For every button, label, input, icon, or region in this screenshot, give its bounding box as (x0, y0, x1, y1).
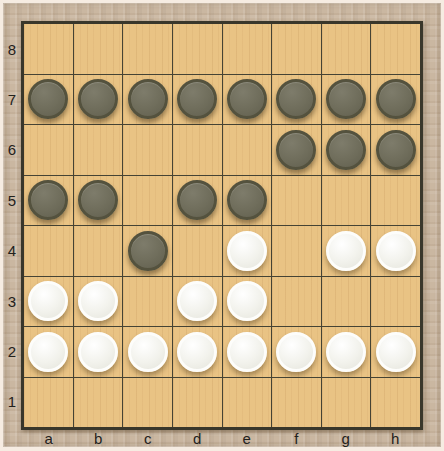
square-a4[interactable] (24, 226, 73, 276)
square-d8[interactable] (173, 24, 222, 74)
square-b6[interactable] (74, 125, 123, 175)
square-g1[interactable] (322, 378, 371, 428)
square-a7[interactable] (24, 75, 73, 125)
rank-labels: 87654321 (3, 24, 21, 427)
rank-label-8: 8 (3, 24, 21, 74)
square-d1[interactable] (173, 378, 222, 428)
square-h4[interactable] (371, 226, 420, 276)
dark-piece-f6[interactable] (276, 130, 316, 170)
file-label-h: h (371, 430, 421, 447)
square-h8[interactable] (371, 24, 420, 74)
square-c7[interactable] (123, 75, 172, 125)
square-b8[interactable] (74, 24, 123, 74)
square-g5[interactable] (322, 176, 371, 226)
square-d7[interactable] (173, 75, 222, 125)
square-c2[interactable] (123, 327, 172, 377)
square-g6[interactable] (322, 125, 371, 175)
white-piece-d3[interactable] (177, 281, 217, 321)
square-e1[interactable] (223, 378, 272, 428)
white-piece-a2[interactable] (28, 332, 68, 372)
square-h5[interactable] (371, 176, 420, 226)
square-d4[interactable] (173, 226, 222, 276)
dark-piece-a5[interactable] (28, 180, 68, 220)
rank-label-1: 1 (3, 377, 21, 427)
dark-piece-c7[interactable] (128, 79, 168, 119)
file-label-b: b (74, 430, 124, 447)
dark-piece-d5[interactable] (177, 180, 217, 220)
dark-piece-g7[interactable] (326, 79, 366, 119)
white-piece-c2[interactable] (128, 332, 168, 372)
square-f3[interactable] (272, 277, 321, 327)
square-f1[interactable] (272, 378, 321, 428)
square-d3[interactable] (173, 277, 222, 327)
square-c1[interactable] (123, 378, 172, 428)
rank-label-2: 2 (3, 326, 21, 376)
rank-label-5: 5 (3, 175, 21, 225)
file-label-a: a (24, 430, 74, 447)
white-piece-b3[interactable] (78, 281, 118, 321)
square-a1[interactable] (24, 378, 73, 428)
dark-piece-d7[interactable] (177, 79, 217, 119)
dark-piece-g6[interactable] (326, 130, 366, 170)
board (21, 21, 423, 430)
square-a5[interactable] (24, 176, 73, 226)
square-h1[interactable] (371, 378, 420, 428)
square-h7[interactable] (371, 75, 420, 125)
square-f2[interactable] (272, 327, 321, 377)
white-piece-h2[interactable] (376, 332, 416, 372)
rank-label-6: 6 (3, 125, 21, 175)
square-a6[interactable] (24, 125, 73, 175)
square-e5[interactable] (223, 176, 272, 226)
white-piece-b2[interactable] (78, 332, 118, 372)
square-b7[interactable] (74, 75, 123, 125)
square-b5[interactable] (74, 176, 123, 226)
white-piece-e2[interactable] (227, 332, 267, 372)
white-piece-g2[interactable] (326, 332, 366, 372)
square-e2[interactable] (223, 327, 272, 377)
square-f4[interactable] (272, 226, 321, 276)
square-f6[interactable] (272, 125, 321, 175)
rank-label-3: 3 (3, 276, 21, 326)
square-e4[interactable] (223, 226, 272, 276)
square-f7[interactable] (272, 75, 321, 125)
square-a8[interactable] (24, 24, 73, 74)
dark-piece-h6[interactable] (376, 130, 416, 170)
square-c4[interactable] (123, 226, 172, 276)
square-g8[interactable] (322, 24, 371, 74)
white-piece-a3[interactable] (28, 281, 68, 321)
file-label-f: f (272, 430, 322, 447)
square-e7[interactable] (223, 75, 272, 125)
square-g7[interactable] (322, 75, 371, 125)
dark-piece-b5[interactable] (78, 180, 118, 220)
white-piece-g4[interactable] (326, 231, 366, 271)
square-c5[interactable] (123, 176, 172, 226)
dark-piece-a7[interactable] (28, 79, 68, 119)
square-g3[interactable] (322, 277, 371, 327)
white-piece-f2[interactable] (276, 332, 316, 372)
game-window: 87654321 abcdefgh (0, 0, 444, 451)
square-g2[interactable] (322, 327, 371, 377)
square-e6[interactable] (223, 125, 272, 175)
file-label-g: g (321, 430, 371, 447)
square-f8[interactable] (272, 24, 321, 74)
square-a3[interactable] (24, 277, 73, 327)
square-b1[interactable] (74, 378, 123, 428)
square-b2[interactable] (74, 327, 123, 377)
square-d2[interactable] (173, 327, 222, 377)
square-d6[interactable] (173, 125, 222, 175)
rank-label-4: 4 (3, 226, 21, 276)
dark-piece-c4[interactable] (128, 231, 168, 271)
white-piece-e4[interactable] (227, 231, 267, 271)
file-label-c: c (123, 430, 173, 447)
square-b4[interactable] (74, 226, 123, 276)
square-h2[interactable] (371, 327, 420, 377)
file-labels: abcdefgh (24, 430, 420, 447)
white-piece-e3[interactable] (227, 281, 267, 321)
dark-piece-b7[interactable] (78, 79, 118, 119)
square-g4[interactable] (322, 226, 371, 276)
square-d5[interactable] (173, 176, 222, 226)
square-c6[interactable] (123, 125, 172, 175)
rank-label-7: 7 (3, 74, 21, 124)
dark-piece-f7[interactable] (276, 79, 316, 119)
square-c8[interactable] (123, 24, 172, 74)
white-piece-d2[interactable] (177, 332, 217, 372)
square-c3[interactable] (123, 277, 172, 327)
square-e3[interactable] (223, 277, 272, 327)
square-b3[interactable] (74, 277, 123, 327)
dark-piece-e7[interactable] (227, 79, 267, 119)
square-f5[interactable] (272, 176, 321, 226)
dark-piece-e5[interactable] (227, 180, 267, 220)
white-piece-h4[interactable] (376, 231, 416, 271)
file-label-e: e (222, 430, 272, 447)
file-label-d: d (173, 430, 223, 447)
square-h6[interactable] (371, 125, 420, 175)
square-a2[interactable] (24, 327, 73, 377)
dark-piece-h7[interactable] (376, 79, 416, 119)
square-e8[interactable] (223, 24, 272, 74)
square-h3[interactable] (371, 277, 420, 327)
